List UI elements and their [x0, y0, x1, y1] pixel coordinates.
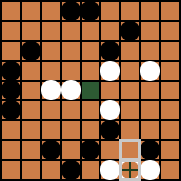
game-board — [0, 0, 181, 181]
cell-r5c3[interactable] — [62, 101, 80, 119]
cell-r4c1[interactable] — [22, 82, 40, 100]
cell-r8c7[interactable] — [141, 161, 159, 179]
cell-r1c0[interactable] — [2, 22, 20, 40]
cell-r4c2[interactable] — [42, 82, 60, 100]
white-stone — [100, 100, 120, 120]
cell-r0c8[interactable] — [161, 2, 179, 20]
black-stone — [1, 61, 21, 81]
cell-r8c5[interactable] — [101, 161, 119, 179]
cell-r2c0[interactable] — [2, 42, 20, 60]
cell-r7c0[interactable] — [2, 141, 20, 159]
cell-r7c4[interactable] — [82, 141, 100, 159]
black-stone — [120, 21, 140, 41]
selection-frame — [119, 139, 141, 161]
black-stone — [140, 140, 160, 160]
cell-r3c7[interactable] — [141, 62, 159, 80]
cell-r5c0[interactable] — [2, 101, 20, 119]
cell-r4c4-green-marker[interactable] — [82, 82, 100, 100]
cell-r4c5[interactable] — [101, 82, 119, 100]
white-stone — [100, 160, 120, 180]
black-stone — [100, 120, 120, 140]
cell-r1c8[interactable] — [161, 22, 179, 40]
cell-r0c4[interactable] — [82, 2, 100, 20]
black-stone — [80, 1, 100, 21]
cell-r3c1[interactable] — [22, 62, 40, 80]
cell-r2c3[interactable] — [62, 42, 80, 60]
cell-r7c6[interactable] — [121, 141, 139, 159]
cell-r4c6[interactable] — [121, 82, 139, 100]
white-stone — [140, 61, 160, 81]
cell-r3c5[interactable] — [101, 62, 119, 80]
cell-r5c7[interactable] — [141, 101, 159, 119]
black-stone — [61, 1, 81, 21]
cell-r6c0[interactable] — [2, 121, 20, 139]
cell-r0c0[interactable] — [2, 2, 20, 20]
cursor-crosshair-icon — [129, 162, 131, 178]
cell-r6c8[interactable] — [161, 121, 179, 139]
black-stone — [1, 80, 21, 100]
cell-r2c7[interactable] — [141, 42, 159, 60]
cell-r1c2[interactable] — [42, 22, 60, 40]
white-stone — [100, 61, 120, 81]
cell-r2c8[interactable] — [161, 42, 179, 60]
cell-r8c1[interactable] — [22, 161, 40, 179]
cell-r5c4[interactable] — [82, 101, 100, 119]
black-stone — [61, 160, 81, 180]
cell-r2c1[interactable] — [22, 42, 40, 60]
cell-r7c2[interactable] — [42, 141, 60, 159]
cell-r4c7[interactable] — [141, 82, 159, 100]
cell-r2c2[interactable] — [42, 42, 60, 60]
cell-r6c5[interactable] — [101, 121, 119, 139]
cell-r0c3[interactable] — [62, 2, 80, 20]
cell-r8c4[interactable] — [82, 161, 100, 179]
cell-r3c2[interactable] — [42, 62, 60, 80]
cell-r3c0[interactable] — [2, 62, 20, 80]
cell-r5c8[interactable] — [161, 101, 179, 119]
cell-r6c1[interactable] — [22, 121, 40, 139]
cell-r6c7[interactable] — [141, 121, 159, 139]
white-stone — [41, 80, 61, 100]
cell-r3c4[interactable] — [82, 62, 100, 80]
cell-r3c8[interactable] — [161, 62, 179, 80]
cell-r8c3[interactable] — [62, 161, 80, 179]
cell-r8c2[interactable] — [42, 161, 60, 179]
cell-r0c2[interactable] — [42, 2, 60, 20]
cell-r2c5[interactable] — [101, 42, 119, 60]
cell-r1c3[interactable] — [62, 22, 80, 40]
cell-r3c6[interactable] — [121, 62, 139, 80]
black-stone — [80, 140, 100, 160]
cell-r4c3[interactable] — [62, 82, 80, 100]
cell-r7c7[interactable] — [141, 141, 159, 159]
cell-r7c1[interactable] — [22, 141, 40, 159]
black-stone — [1, 100, 21, 120]
cell-r0c1[interactable] — [22, 2, 40, 20]
cell-r6c3[interactable] — [62, 121, 80, 139]
cell-r3c3[interactable] — [62, 62, 80, 80]
black-stone — [21, 41, 41, 61]
cell-r8c8[interactable] — [161, 161, 179, 179]
white-stone — [61, 80, 81, 100]
cell-r1c6[interactable] — [121, 22, 139, 40]
cell-r7c3[interactable] — [62, 141, 80, 159]
cell-r5c2[interactable] — [42, 101, 60, 119]
cell-r6c2[interactable] — [42, 121, 60, 139]
cell-r6c6[interactable] — [121, 121, 139, 139]
cell-r2c4[interactable] — [82, 42, 100, 60]
cell-r4c0[interactable] — [2, 82, 20, 100]
cell-r0c5[interactable] — [101, 2, 119, 20]
cell-r5c1[interactable] — [22, 101, 40, 119]
cell-r1c5[interactable] — [101, 22, 119, 40]
white-stone — [140, 160, 160, 180]
cell-r8c6[interactable] — [121, 161, 139, 179]
cell-r7c5[interactable] — [101, 141, 119, 159]
cell-r7c8[interactable] — [161, 141, 179, 159]
black-stone — [100, 41, 120, 61]
cell-r2c6[interactable] — [121, 42, 139, 60]
cell-r1c1[interactable] — [22, 22, 40, 40]
cell-r0c6[interactable] — [121, 2, 139, 20]
cell-r8c0[interactable] — [2, 161, 20, 179]
cell-r6c4[interactable] — [82, 121, 100, 139]
cell-r4c8[interactable] — [161, 82, 179, 100]
cell-r5c6[interactable] — [121, 101, 139, 119]
cell-r1c7[interactable] — [141, 22, 159, 40]
cell-r5c5[interactable] — [101, 101, 119, 119]
black-stone — [41, 140, 61, 160]
cell-r1c4[interactable] — [82, 22, 100, 40]
cell-r0c7[interactable] — [141, 2, 159, 20]
